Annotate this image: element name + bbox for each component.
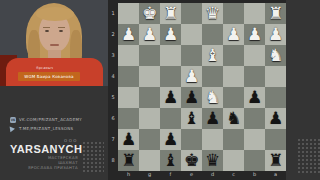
- social-links: VK VK.COM/PRIZANT_ACADEMY T.ME/PRIZANT_L…: [10, 115, 82, 133]
- telegram-icon: [10, 125, 16, 132]
- channel-watermark: Ярсаныч: [36, 66, 53, 70]
- white-knight-piece: ♞: [265, 44, 286, 65]
- file-label: h: [118, 170, 139, 179]
- square-h4[interactable]: [118, 66, 139, 87]
- square-b2[interactable]: ♟: [244, 24, 265, 45]
- black-pawn-piece: ♟: [160, 128, 181, 149]
- stream-frame: 12345678 ♚♜♛♜♟♟♟♟♟♟♝♞♟♟♟♞♟♝♟♞♟♟♟♜♝♚♛♜ hg…: [0, 0, 320, 180]
- telegram-link-text: T.ME/PRIZANT_LESSONS: [19, 126, 73, 131]
- square-e5[interactable]: ♟: [181, 87, 202, 108]
- square-e4[interactable]: ♟: [181, 66, 202, 87]
- square-g6[interactable]: [139, 108, 160, 129]
- square-d5[interactable]: ♞: [202, 87, 223, 108]
- dots-decoration-left: [82, 141, 104, 174]
- black-pawn-piece: ♟: [244, 86, 265, 107]
- streamer-face: [50, 44, 59, 46]
- square-a4[interactable]: [265, 66, 286, 87]
- file-label: f: [160, 170, 181, 179]
- square-g5[interactable]: [139, 87, 160, 108]
- rank-label: 1: [108, 3, 118, 24]
- square-c4[interactable]: [223, 66, 244, 87]
- square-c6[interactable]: ♞: [223, 108, 244, 129]
- white-pawn-piece: ♟: [139, 23, 160, 44]
- square-f4[interactable]: [160, 66, 181, 87]
- streamer-face: [45, 30, 49, 32]
- square-h8[interactable]: ♜: [118, 150, 139, 171]
- rank-label: 6: [108, 108, 118, 129]
- streamer-hair: [36, 7, 74, 21]
- square-b1[interactable]: [244, 3, 265, 24]
- square-h5[interactable]: [118, 87, 139, 108]
- black-pawn-piece: ♟: [118, 128, 139, 149]
- square-e1[interactable]: [181, 3, 202, 24]
- square-g2[interactable]: ♟: [139, 24, 160, 45]
- black-pawn-piece: ♟: [160, 86, 181, 107]
- rank-label: 8: [108, 150, 118, 171]
- file-label: b: [244, 170, 265, 179]
- vk-link[interactable]: VK VK.COM/PRIZANT_ACADEMY: [10, 115, 82, 124]
- file-label: g: [139, 170, 160, 179]
- white-pawn-piece: ♟: [160, 23, 181, 44]
- square-f2[interactable]: ♟: [160, 24, 181, 45]
- black-queen-piece: ♛: [202, 149, 223, 170]
- square-e7[interactable]: [181, 129, 202, 150]
- square-g3[interactable]: [139, 45, 160, 66]
- rank-label: 2: [108, 24, 118, 45]
- square-b7[interactable]: [244, 129, 265, 150]
- square-b8[interactable]: [244, 150, 265, 171]
- rank-label: 7: [108, 129, 118, 150]
- file-label: e: [181, 170, 202, 179]
- square-d1[interactable]: ♛: [202, 3, 223, 24]
- black-pawn-piece: ♟: [202, 107, 223, 128]
- square-a7[interactable]: [265, 129, 286, 150]
- brand-subtitle: ЯРОСЛАВА ПРИЗАНТА: [10, 165, 78, 170]
- streamer-face: [43, 27, 50, 28]
- square-a8[interactable]: ♜: [265, 150, 286, 171]
- square-f5[interactable]: ♟: [160, 87, 181, 108]
- file-label: c: [223, 170, 244, 179]
- square-h2[interactable]: ♟: [118, 24, 139, 45]
- square-c8[interactable]: [223, 150, 244, 171]
- square-c2[interactable]: ♟: [223, 24, 244, 45]
- white-pawn-piece: ♟: [118, 23, 139, 44]
- square-a2[interactable]: ♟: [265, 24, 286, 45]
- file-labels: hgfedcba: [118, 170, 286, 179]
- square-g8[interactable]: [139, 150, 160, 171]
- square-c1[interactable]: [223, 3, 244, 24]
- rank-label: 4: [108, 66, 118, 87]
- rank-label: 3: [108, 45, 118, 66]
- square-g7[interactable]: [139, 129, 160, 150]
- square-b5[interactable]: ♟: [244, 87, 265, 108]
- rank-labels: 12345678: [108, 3, 118, 171]
- square-e6[interactable]: ♝: [181, 108, 202, 129]
- white-king-piece: ♚: [139, 2, 160, 23]
- white-pawn-piece: ♟: [223, 23, 244, 44]
- square-b6[interactable]: [244, 108, 265, 129]
- black-rook-piece: ♜: [118, 149, 139, 170]
- square-a6[interactable]: ♟: [265, 108, 286, 129]
- channel-brand: ООО YARSANYCH МАСТЕРСКАЯ ШАХМАТ ЯРОСЛАВА…: [10, 138, 78, 170]
- square-d7[interactable]: [202, 129, 223, 150]
- white-knight-piece: ♞: [202, 86, 223, 107]
- streamer-face: [58, 27, 65, 28]
- square-d4[interactable]: [202, 66, 223, 87]
- square-d3[interactable]: ♝: [202, 45, 223, 66]
- square-e8[interactable]: ♚: [181, 150, 202, 171]
- white-pawn-piece: ♟: [265, 23, 286, 44]
- vk-link-text: VK.COM/PRIZANT_ACADEMY: [19, 117, 82, 122]
- square-a5[interactable]: [265, 87, 286, 108]
- vk-icon: VK: [10, 117, 16, 123]
- square-e3[interactable]: [181, 45, 202, 66]
- board-frame: 12345678 ♚♜♛♜♟♟♟♟♟♟♝♞♟♟♟♞♟♝♟♞♟♟♟♜♝♚♛♜ hg…: [108, 0, 286, 180]
- white-pawn-piece: ♟: [181, 65, 202, 86]
- white-queen-piece: ♛: [202, 2, 223, 23]
- square-a1[interactable]: ♜: [265, 3, 286, 24]
- streamer-webcam: Ярсаныч WGM Баира Кованова: [0, 0, 108, 86]
- square-h1[interactable]: [118, 3, 139, 24]
- chess-board[interactable]: ♚♜♛♜♟♟♟♟♟♟♝♞♟♟♟♞♟♝♟♞♟♟♟♜♝♚♛♜: [118, 3, 286, 171]
- black-bishop-piece: ♝: [160, 149, 181, 170]
- square-d6[interactable]: ♟: [202, 108, 223, 129]
- square-b4[interactable]: [244, 66, 265, 87]
- square-h3[interactable]: [118, 45, 139, 66]
- square-f6[interactable]: [160, 108, 181, 129]
- square-d2[interactable]: [202, 24, 223, 45]
- white-bishop-piece: ♝: [202, 44, 223, 65]
- black-rook-piece: ♜: [265, 149, 286, 170]
- white-pawn-piece: ♟: [244, 23, 265, 44]
- square-d8[interactable]: ♛: [202, 150, 223, 171]
- file-label: a: [265, 170, 286, 179]
- square-c5[interactable]: [223, 87, 244, 108]
- telegram-link[interactable]: T.ME/PRIZANT_LESSONS: [10, 124, 82, 133]
- streamer-face: [59, 30, 63, 32]
- rank-label: 5: [108, 87, 118, 108]
- square-h7[interactable]: ♟: [118, 129, 139, 150]
- dots-decoration-right: [297, 138, 320, 174]
- streamer-name-banner: WGM Баира Кованова: [18, 72, 80, 81]
- black-pawn-piece: ♟: [181, 86, 202, 107]
- square-f3[interactable]: [160, 45, 181, 66]
- black-knight-piece: ♞: [223, 107, 244, 128]
- black-bishop-piece: ♝: [181, 107, 202, 128]
- square-e2[interactable]: [181, 24, 202, 45]
- square-c7[interactable]: [223, 129, 244, 150]
- square-g1[interactable]: ♚: [139, 3, 160, 24]
- square-f7[interactable]: ♟: [160, 129, 181, 150]
- black-king-piece: ♚: [181, 149, 202, 170]
- white-rook-piece: ♜: [160, 2, 181, 23]
- square-c3[interactable]: [223, 45, 244, 66]
- square-f1[interactable]: ♜: [160, 3, 181, 24]
- square-g4[interactable]: [139, 66, 160, 87]
- file-label: d: [202, 170, 223, 179]
- square-b3[interactable]: [244, 45, 265, 66]
- square-a3[interactable]: ♞: [265, 45, 286, 66]
- square-h6[interactable]: [118, 108, 139, 129]
- black-pawn-piece: ♟: [265, 107, 286, 128]
- channel-title: YARSANYCH: [10, 143, 78, 155]
- square-f8[interactable]: ♝: [160, 150, 181, 171]
- white-rook-piece: ♜: [265, 2, 286, 23]
